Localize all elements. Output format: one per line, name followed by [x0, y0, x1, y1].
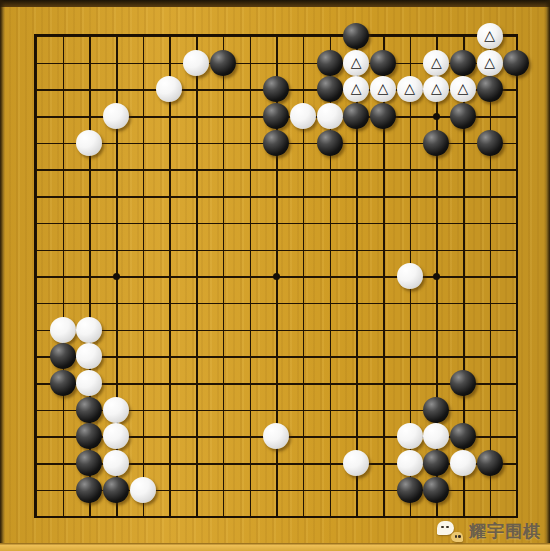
intersection-Q7[interactable]: [423, 343, 450, 370]
intersection-R19[interactable]: [450, 23, 477, 50]
intersection-L14[interactable]: [290, 156, 317, 183]
intersection-M11[interactable]: [316, 236, 343, 263]
intersection-S15[interactable]: [476, 129, 503, 156]
intersection-M4[interactable]: [316, 423, 343, 450]
intersection-T2[interactable]: [503, 476, 530, 503]
intersection-Q17[interactable]: △: [423, 76, 450, 103]
intersection-G9[interactable]: [183, 290, 210, 317]
intersection-L1[interactable]: [290, 503, 317, 530]
intersection-L4[interactable]: [290, 423, 317, 450]
intersection-R15[interactable]: [450, 129, 477, 156]
intersection-E5[interactable]: [129, 396, 156, 423]
intersection-S14[interactable]: [476, 156, 503, 183]
intersection-N3[interactable]: [343, 450, 370, 477]
intersection-O15[interactable]: [370, 129, 397, 156]
intersection-N7[interactable]: [343, 343, 370, 370]
intersection-N9[interactable]: [343, 290, 370, 317]
intersection-B13[interactable]: [49, 183, 76, 210]
intersection-F14[interactable]: [156, 156, 183, 183]
intersection-B6[interactable]: [49, 370, 76, 397]
intersection-E18[interactable]: [129, 49, 156, 76]
intersection-T13[interactable]: [503, 183, 530, 210]
intersection-P3[interactable]: [396, 450, 423, 477]
intersection-K14[interactable]: [263, 156, 290, 183]
intersection-J10[interactable]: [236, 263, 263, 290]
intersection-P6[interactable]: [396, 370, 423, 397]
intersection-D19[interactable]: [103, 23, 130, 50]
intersection-L19[interactable]: [290, 23, 317, 50]
intersection-J4[interactable]: [236, 423, 263, 450]
intersection-O2[interactable]: [370, 476, 397, 503]
intersection-C1[interactable]: [76, 503, 103, 530]
intersection-N5[interactable]: [343, 396, 370, 423]
intersection-F13[interactable]: [156, 183, 183, 210]
intersection-D6[interactable]: [103, 370, 130, 397]
intersection-M8[interactable]: [316, 316, 343, 343]
intersection-N17[interactable]: △: [343, 76, 370, 103]
intersection-M10[interactable]: [316, 263, 343, 290]
intersection-M9[interactable]: [316, 290, 343, 317]
intersection-Q6[interactable]: [423, 370, 450, 397]
intersection-K2[interactable]: [263, 476, 290, 503]
intersection-R7[interactable]: [450, 343, 477, 370]
intersection-D15[interactable]: [103, 129, 130, 156]
intersection-C18[interactable]: [76, 49, 103, 76]
intersection-G17[interactable]: [183, 76, 210, 103]
intersection-B11[interactable]: [49, 236, 76, 263]
intersection-D11[interactable]: [103, 236, 130, 263]
intersection-O18[interactable]: [370, 49, 397, 76]
intersection-C14[interactable]: [76, 156, 103, 183]
intersection-B8[interactable]: [49, 316, 76, 343]
intersection-D18[interactable]: [103, 49, 130, 76]
intersection-R11[interactable]: [450, 236, 477, 263]
intersection-A5[interactable]: [23, 396, 50, 423]
intersection-S3[interactable]: [476, 450, 503, 477]
intersection-D9[interactable]: [103, 290, 130, 317]
intersection-C17[interactable]: [76, 76, 103, 103]
intersection-O10[interactable]: [370, 263, 397, 290]
intersection-S10[interactable]: [476, 263, 503, 290]
intersection-H15[interactable]: [209, 129, 236, 156]
intersection-J7[interactable]: [236, 343, 263, 370]
intersection-D1[interactable]: [103, 503, 130, 530]
intersection-F9[interactable]: [156, 290, 183, 317]
intersection-H17[interactable]: [209, 76, 236, 103]
intersection-B15[interactable]: [49, 129, 76, 156]
intersection-C4[interactable]: [76, 423, 103, 450]
intersection-A2[interactable]: [23, 476, 50, 503]
intersection-B9[interactable]: [49, 290, 76, 317]
intersection-T5[interactable]: [503, 396, 530, 423]
intersection-P14[interactable]: [396, 156, 423, 183]
intersection-T14[interactable]: [503, 156, 530, 183]
intersection-C12[interactable]: [76, 209, 103, 236]
intersection-H12[interactable]: [209, 209, 236, 236]
intersection-A6[interactable]: [23, 370, 50, 397]
intersection-F7[interactable]: [156, 343, 183, 370]
intersection-A15[interactable]: [23, 129, 50, 156]
intersection-C13[interactable]: [76, 183, 103, 210]
intersection-K7[interactable]: [263, 343, 290, 370]
intersection-O14[interactable]: [370, 156, 397, 183]
intersection-P1[interactable]: [396, 503, 423, 530]
intersection-P11[interactable]: [396, 236, 423, 263]
intersection-G13[interactable]: [183, 183, 210, 210]
intersection-T18[interactable]: [503, 49, 530, 76]
intersection-M12[interactable]: [316, 209, 343, 236]
intersection-E6[interactable]: [129, 370, 156, 397]
intersection-M18[interactable]: [316, 49, 343, 76]
intersection-E8[interactable]: [129, 316, 156, 343]
intersection-S9[interactable]: [476, 290, 503, 317]
intersection-A3[interactable]: [23, 450, 50, 477]
intersection-O12[interactable]: [370, 209, 397, 236]
intersection-L12[interactable]: [290, 209, 317, 236]
intersection-J12[interactable]: [236, 209, 263, 236]
intersection-L11[interactable]: [290, 236, 317, 263]
intersection-K15[interactable]: [263, 129, 290, 156]
intersection-K17[interactable]: [263, 76, 290, 103]
intersection-P18[interactable]: [396, 49, 423, 76]
intersection-A1[interactable]: [23, 503, 50, 530]
intersection-P16[interactable]: [396, 103, 423, 130]
intersection-J17[interactable]: [236, 76, 263, 103]
intersection-N18[interactable]: △: [343, 49, 370, 76]
intersection-G2[interactable]: [183, 476, 210, 503]
intersection-P7[interactable]: [396, 343, 423, 370]
intersection-P10[interactable]: [396, 263, 423, 290]
intersection-G18[interactable]: [183, 49, 210, 76]
intersection-O13[interactable]: [370, 183, 397, 210]
intersection-L15[interactable]: [290, 129, 317, 156]
intersection-R10[interactable]: [450, 263, 477, 290]
intersection-D17[interactable]: [103, 76, 130, 103]
intersection-A10[interactable]: [23, 263, 50, 290]
intersection-G4[interactable]: [183, 423, 210, 450]
intersection-T8[interactable]: [503, 316, 530, 343]
intersection-H4[interactable]: [209, 423, 236, 450]
intersection-H1[interactable]: [209, 503, 236, 530]
intersection-K5[interactable]: [263, 396, 290, 423]
intersection-L7[interactable]: [290, 343, 317, 370]
intersection-M1[interactable]: [316, 503, 343, 530]
intersection-O5[interactable]: [370, 396, 397, 423]
intersection-S17[interactable]: [476, 76, 503, 103]
intersection-A19[interactable]: [23, 23, 50, 50]
intersection-K11[interactable]: [263, 236, 290, 263]
intersection-A14[interactable]: [23, 156, 50, 183]
intersection-J18[interactable]: [236, 49, 263, 76]
intersection-C15[interactable]: [76, 129, 103, 156]
intersection-E3[interactable]: [129, 450, 156, 477]
intersection-B14[interactable]: [49, 156, 76, 183]
intersection-K3[interactable]: [263, 450, 290, 477]
intersection-C7[interactable]: [76, 343, 103, 370]
intersection-K9[interactable]: [263, 290, 290, 317]
intersection-S19[interactable]: △: [476, 23, 503, 50]
intersection-N16[interactable]: [343, 103, 370, 130]
intersection-H6[interactable]: [209, 370, 236, 397]
intersection-N11[interactable]: [343, 236, 370, 263]
intersection-E12[interactable]: [129, 209, 156, 236]
intersection-G10[interactable]: [183, 263, 210, 290]
intersection-S8[interactable]: [476, 316, 503, 343]
intersection-E14[interactable]: [129, 156, 156, 183]
intersection-D13[interactable]: [103, 183, 130, 210]
intersection-F10[interactable]: [156, 263, 183, 290]
intersection-B12[interactable]: [49, 209, 76, 236]
intersection-J5[interactable]: [236, 396, 263, 423]
intersection-N1[interactable]: [343, 503, 370, 530]
intersection-S2[interactable]: [476, 476, 503, 503]
intersection-A18[interactable]: [23, 49, 50, 76]
intersection-J16[interactable]: [236, 103, 263, 130]
intersection-D5[interactable]: [103, 396, 130, 423]
intersection-C16[interactable]: [76, 103, 103, 130]
intersection-E15[interactable]: [129, 129, 156, 156]
intersection-C2[interactable]: [76, 476, 103, 503]
intersection-N19[interactable]: [343, 23, 370, 50]
intersection-B18[interactable]: [49, 49, 76, 76]
intersection-G1[interactable]: [183, 503, 210, 530]
intersection-E11[interactable]: [129, 236, 156, 263]
intersection-P9[interactable]: [396, 290, 423, 317]
intersection-O4[interactable]: [370, 423, 397, 450]
intersection-C3[interactable]: [76, 450, 103, 477]
intersection-K6[interactable]: [263, 370, 290, 397]
intersection-B3[interactable]: [49, 450, 76, 477]
intersection-P8[interactable]: [396, 316, 423, 343]
intersection-C11[interactable]: [76, 236, 103, 263]
intersection-M16[interactable]: [316, 103, 343, 130]
intersection-D10[interactable]: [103, 263, 130, 290]
intersection-H5[interactable]: [209, 396, 236, 423]
intersection-S5[interactable]: [476, 396, 503, 423]
intersection-Q9[interactable]: [423, 290, 450, 317]
intersection-O6[interactable]: [370, 370, 397, 397]
intersection-H2[interactable]: [209, 476, 236, 503]
intersection-Q10[interactable]: [423, 263, 450, 290]
intersection-Q14[interactable]: [423, 156, 450, 183]
intersection-B10[interactable]: [49, 263, 76, 290]
intersection-D8[interactable]: [103, 316, 130, 343]
intersection-R2[interactable]: [450, 476, 477, 503]
intersection-T6[interactable]: [503, 370, 530, 397]
intersection-L10[interactable]: [290, 263, 317, 290]
intersection-F5[interactable]: [156, 396, 183, 423]
intersection-O9[interactable]: [370, 290, 397, 317]
intersection-D2[interactable]: [103, 476, 130, 503]
intersection-N6[interactable]: [343, 370, 370, 397]
intersection-A17[interactable]: [23, 76, 50, 103]
intersection-F3[interactable]: [156, 450, 183, 477]
intersection-S12[interactable]: [476, 209, 503, 236]
intersection-C8[interactable]: [76, 316, 103, 343]
intersection-Q3[interactable]: [423, 450, 450, 477]
intersection-T12[interactable]: [503, 209, 530, 236]
intersection-K18[interactable]: [263, 49, 290, 76]
intersection-G5[interactable]: [183, 396, 210, 423]
intersection-Q4[interactable]: [423, 423, 450, 450]
intersection-P5[interactable]: [396, 396, 423, 423]
intersection-K1[interactable]: [263, 503, 290, 530]
intersection-F4[interactable]: [156, 423, 183, 450]
intersection-Q19[interactable]: [423, 23, 450, 50]
intersection-D14[interactable]: [103, 156, 130, 183]
intersection-F12[interactable]: [156, 209, 183, 236]
intersection-T4[interactable]: [503, 423, 530, 450]
intersection-O19[interactable]: [370, 23, 397, 50]
intersection-Q2[interactable]: [423, 476, 450, 503]
intersection-G12[interactable]: [183, 209, 210, 236]
intersection-F17[interactable]: [156, 76, 183, 103]
intersection-L5[interactable]: [290, 396, 317, 423]
intersection-L13[interactable]: [290, 183, 317, 210]
intersection-E17[interactable]: [129, 76, 156, 103]
intersection-J6[interactable]: [236, 370, 263, 397]
intersection-G8[interactable]: [183, 316, 210, 343]
intersection-S13[interactable]: [476, 183, 503, 210]
intersection-K16[interactable]: [263, 103, 290, 130]
intersection-L3[interactable]: [290, 450, 317, 477]
intersection-K19[interactable]: [263, 23, 290, 50]
intersection-R8[interactable]: [450, 316, 477, 343]
intersection-D12[interactable]: [103, 209, 130, 236]
intersection-F6[interactable]: [156, 370, 183, 397]
intersection-J1[interactable]: [236, 503, 263, 530]
intersection-R5[interactable]: [450, 396, 477, 423]
intersection-H19[interactable]: [209, 23, 236, 50]
intersection-D7[interactable]: [103, 343, 130, 370]
intersection-O17[interactable]: △: [370, 76, 397, 103]
intersection-D4[interactable]: [103, 423, 130, 450]
intersection-K10[interactable]: [263, 263, 290, 290]
intersection-H16[interactable]: [209, 103, 236, 130]
intersection-H18[interactable]: [209, 49, 236, 76]
intersection-M17[interactable]: [316, 76, 343, 103]
intersection-Q11[interactable]: [423, 236, 450, 263]
intersection-J3[interactable]: [236, 450, 263, 477]
intersection-J9[interactable]: [236, 290, 263, 317]
intersection-M5[interactable]: [316, 396, 343, 423]
intersection-G11[interactable]: [183, 236, 210, 263]
intersection-E10[interactable]: [129, 263, 156, 290]
intersection-Q13[interactable]: [423, 183, 450, 210]
intersection-M13[interactable]: [316, 183, 343, 210]
intersection-T16[interactable]: [503, 103, 530, 130]
intersection-N10[interactable]: [343, 263, 370, 290]
intersection-J11[interactable]: [236, 236, 263, 263]
intersection-P2[interactable]: [396, 476, 423, 503]
intersection-N15[interactable]: [343, 129, 370, 156]
intersection-L16[interactable]: [290, 103, 317, 130]
intersection-J14[interactable]: [236, 156, 263, 183]
intersection-K4[interactable]: [263, 423, 290, 450]
intersection-N8[interactable]: [343, 316, 370, 343]
intersection-H3[interactable]: [209, 450, 236, 477]
intersection-R18[interactable]: [450, 49, 477, 76]
intersection-C6[interactable]: [76, 370, 103, 397]
intersection-R6[interactable]: [450, 370, 477, 397]
intersection-S16[interactable]: [476, 103, 503, 130]
intersection-S4[interactable]: [476, 423, 503, 450]
intersection-G19[interactable]: [183, 23, 210, 50]
intersection-A16[interactable]: [23, 103, 50, 130]
intersection-A11[interactable]: [23, 236, 50, 263]
intersection-K8[interactable]: [263, 316, 290, 343]
intersection-B5[interactable]: [49, 396, 76, 423]
intersection-H7[interactable]: [209, 343, 236, 370]
intersection-A12[interactable]: [23, 209, 50, 236]
intersection-L18[interactable]: [290, 49, 317, 76]
intersection-F1[interactable]: [156, 503, 183, 530]
intersection-G7[interactable]: [183, 343, 210, 370]
intersection-G15[interactable]: [183, 129, 210, 156]
intersection-T15[interactable]: [503, 129, 530, 156]
intersection-E19[interactable]: [129, 23, 156, 50]
intersection-B16[interactable]: [49, 103, 76, 130]
intersection-M6[interactable]: [316, 370, 343, 397]
intersection-A9[interactable]: [23, 290, 50, 317]
intersection-S18[interactable]: △: [476, 49, 503, 76]
intersection-M3[interactable]: [316, 450, 343, 477]
intersection-E4[interactable]: [129, 423, 156, 450]
intersection-B2[interactable]: [49, 476, 76, 503]
intersection-H8[interactable]: [209, 316, 236, 343]
intersection-A7[interactable]: [23, 343, 50, 370]
intersection-H11[interactable]: [209, 236, 236, 263]
intersection-H10[interactable]: [209, 263, 236, 290]
intersection-T11[interactable]: [503, 236, 530, 263]
intersection-G16[interactable]: [183, 103, 210, 130]
intersection-T9[interactable]: [503, 290, 530, 317]
intersection-Q15[interactable]: [423, 129, 450, 156]
intersection-N2[interactable]: [343, 476, 370, 503]
intersection-T3[interactable]: [503, 450, 530, 477]
intersection-P13[interactable]: [396, 183, 423, 210]
intersection-E1[interactable]: [129, 503, 156, 530]
intersection-P12[interactable]: [396, 209, 423, 236]
intersection-M7[interactable]: [316, 343, 343, 370]
intersection-O3[interactable]: [370, 450, 397, 477]
intersection-J8[interactable]: [236, 316, 263, 343]
intersection-F2[interactable]: [156, 476, 183, 503]
intersection-P15[interactable]: [396, 129, 423, 156]
intersection-F11[interactable]: [156, 236, 183, 263]
intersection-H9[interactable]: [209, 290, 236, 317]
intersection-S7[interactable]: [476, 343, 503, 370]
intersection-B1[interactable]: [49, 503, 76, 530]
intersection-E13[interactable]: [129, 183, 156, 210]
intersection-A8[interactable]: [23, 316, 50, 343]
intersection-T10[interactable]: [503, 263, 530, 290]
intersection-B7[interactable]: [49, 343, 76, 370]
intersection-E2[interactable]: [129, 476, 156, 503]
intersection-D16[interactable]: [103, 103, 130, 130]
intersection-T7[interactable]: [503, 343, 530, 370]
intersection-N13[interactable]: [343, 183, 370, 210]
intersection-A13[interactable]: [23, 183, 50, 210]
intersection-B4[interactable]: [49, 423, 76, 450]
intersection-T17[interactable]: [503, 76, 530, 103]
intersection-Q8[interactable]: [423, 316, 450, 343]
intersection-J13[interactable]: [236, 183, 263, 210]
intersection-L17[interactable]: [290, 76, 317, 103]
intersection-O16[interactable]: [370, 103, 397, 130]
intersection-E7[interactable]: [129, 343, 156, 370]
intersection-Q16[interactable]: [423, 103, 450, 130]
